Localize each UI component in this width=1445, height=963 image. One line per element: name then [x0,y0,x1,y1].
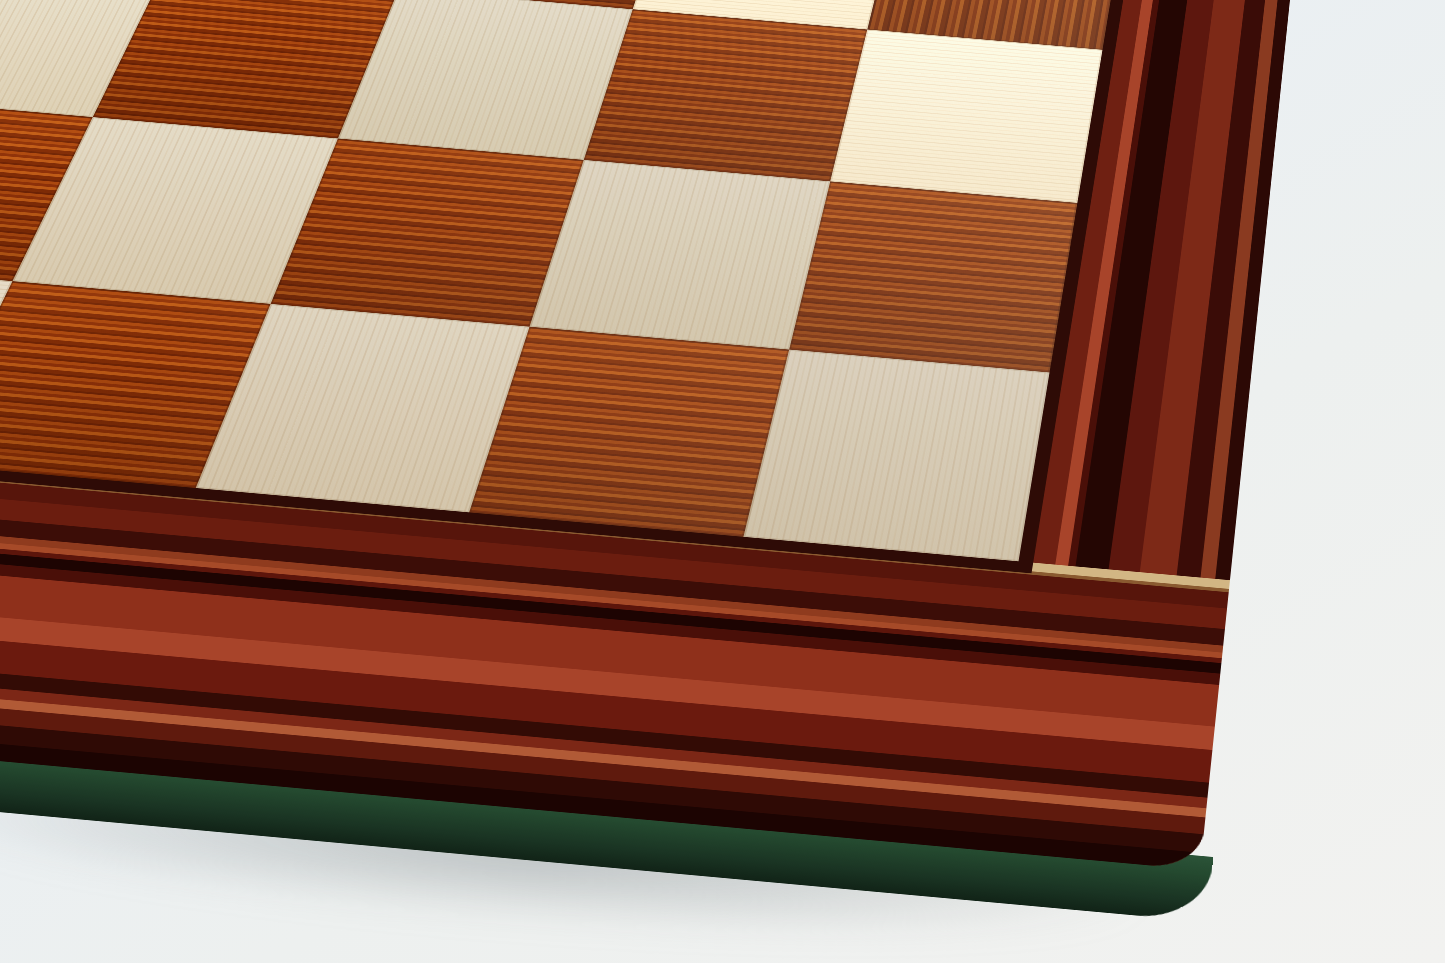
board-square [530,160,831,350]
chess-board [0,0,1351,870]
board-square [584,9,868,181]
board-square [743,350,1049,562]
board-square [789,181,1077,372]
board-playing-surface [0,0,1199,561]
scene-background [0,0,1445,963]
chess-board-3d-wrapper [0,0,1351,950]
board-square [830,29,1102,202]
